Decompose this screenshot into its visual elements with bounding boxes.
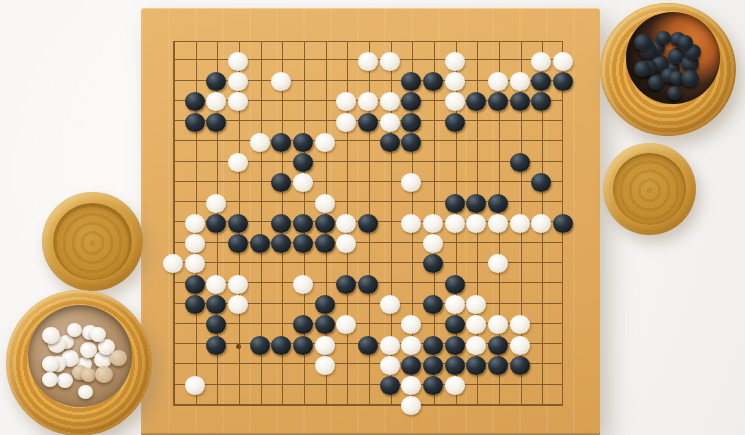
- white-stone: [553, 52, 573, 71]
- black-bowl-stone: [634, 34, 652, 51]
- black-stone-bowl: [600, 3, 736, 136]
- black-stone: [358, 336, 378, 355]
- black-stone: [206, 336, 226, 355]
- white-stone: [510, 315, 530, 334]
- white-stone: [228, 275, 248, 294]
- black-stone: [293, 153, 313, 172]
- black-stone: [401, 133, 421, 152]
- white-stone: [358, 52, 378, 71]
- black-stone: [488, 336, 508, 355]
- white-stone: [445, 295, 465, 314]
- white-bowl-stone: [95, 366, 113, 383]
- black-bowl-opening: [626, 12, 720, 104]
- white-bowl-stone: [110, 350, 127, 366]
- black-bowl-stone: [677, 35, 693, 50]
- white-stone: [336, 92, 356, 111]
- black-stone: [206, 295, 226, 314]
- white-stone: [228, 92, 248, 111]
- black-bowl-stone: [634, 61, 651, 77]
- black-stone: [488, 356, 508, 375]
- stones-layer: [162, 31, 574, 416]
- black-stone: [445, 275, 465, 294]
- black-stone: [293, 214, 313, 233]
- white-stone: [315, 194, 335, 213]
- black-stone: [423, 336, 443, 355]
- black-stone: [228, 214, 248, 233]
- black-stone: [250, 234, 270, 253]
- white-stone: [445, 92, 465, 111]
- white-stone: [466, 214, 486, 233]
- white-stone: [488, 72, 508, 91]
- white-stone: [185, 234, 205, 253]
- white-stone: [380, 356, 400, 375]
- white-stone: [445, 214, 465, 233]
- white-stone: [315, 336, 335, 355]
- black-stone: [315, 234, 335, 253]
- black-stone: [336, 275, 356, 294]
- black-stone: [423, 356, 443, 375]
- white-stone: [380, 113, 400, 132]
- black-stone: [315, 295, 335, 314]
- black-stone: [445, 194, 465, 213]
- white-stone: [466, 315, 486, 334]
- black-stone: [206, 214, 226, 233]
- black-stone: [185, 275, 205, 294]
- black-stone: [510, 92, 530, 111]
- black-bowl-stone: [648, 75, 664, 90]
- white-bowl-stone: [81, 368, 96, 382]
- black-stone: [271, 234, 291, 253]
- white-bowl-stone: [67, 323, 82, 337]
- white-stone: [445, 376, 465, 395]
- black-stone: [445, 315, 465, 334]
- black-stone: [445, 336, 465, 355]
- white-stone: [358, 92, 378, 111]
- white-stone: [466, 295, 486, 314]
- white-stone: [380, 336, 400, 355]
- white-bowl-stone: [42, 372, 58, 387]
- white-bowl-stone: [42, 356, 59, 372]
- black-stone: [271, 336, 291, 355]
- white-stone: [228, 72, 248, 91]
- white-stone: [163, 254, 183, 273]
- white-stone: [185, 214, 205, 233]
- black-stone: [358, 275, 378, 294]
- white-stone: [336, 315, 356, 334]
- white-stone: [185, 254, 205, 273]
- go-game-photo: [0, 0, 745, 435]
- white-bowl-stone: [57, 373, 73, 388]
- black-stone: [315, 214, 335, 233]
- white-stone: [380, 295, 400, 314]
- white-stone: [228, 52, 248, 71]
- black-bowl-stone: [656, 31, 671, 45]
- white-stone: [380, 92, 400, 111]
- black-stone: [358, 214, 378, 233]
- black-stone: [293, 133, 313, 152]
- black-stone: [488, 194, 508, 213]
- black-stone: [466, 92, 486, 111]
- white-bowl-stone: [42, 327, 60, 344]
- black-stone: [315, 315, 335, 334]
- black-stone: [445, 113, 465, 132]
- bowl-lid-left: [42, 192, 143, 291]
- white-stone: [293, 173, 313, 192]
- black-stone: [293, 315, 313, 334]
- black-stone: [423, 295, 443, 314]
- white-stone: [206, 275, 226, 294]
- white-stone: [510, 214, 530, 233]
- black-stone: [466, 194, 486, 213]
- white-stone: [488, 315, 508, 334]
- white-stone: [315, 356, 335, 375]
- white-stone: [423, 214, 443, 233]
- white-stone: [271, 72, 291, 91]
- black-stone: [228, 234, 248, 253]
- white-stone: [423, 234, 443, 253]
- white-stone: [315, 133, 335, 152]
- black-stone: [510, 153, 530, 172]
- white-stone: [336, 234, 356, 253]
- white-stone: [228, 153, 248, 172]
- black-stone: [185, 92, 205, 111]
- black-stone: [401, 356, 421, 375]
- white-stone: [250, 133, 270, 152]
- white-stone: [228, 295, 248, 314]
- white-stone: [206, 194, 226, 213]
- white-bowl-opening: [28, 305, 132, 407]
- white-stone: [510, 72, 530, 91]
- black-stone: [553, 72, 573, 91]
- white-stone: [401, 376, 421, 395]
- black-stone: [358, 113, 378, 132]
- black-stone: [423, 254, 443, 273]
- black-stone: [488, 92, 508, 111]
- black-stone: [423, 72, 443, 91]
- black-stone: [380, 133, 400, 152]
- black-stone: [466, 356, 486, 375]
- white-stone: [488, 214, 508, 233]
- black-stone: [293, 336, 313, 355]
- black-stone: [423, 376, 443, 395]
- black-stone: [401, 72, 421, 91]
- black-stone: [401, 92, 421, 111]
- black-stone: [185, 113, 205, 132]
- black-bowl-stone: [667, 86, 682, 100]
- black-stone: [271, 173, 291, 192]
- white-stone: [401, 315, 421, 334]
- black-stone: [206, 72, 226, 91]
- black-stone: [510, 356, 530, 375]
- white-stone: [510, 336, 530, 355]
- white-stone: [380, 52, 400, 71]
- white-stone: [488, 254, 508, 273]
- black-stone: [206, 113, 226, 132]
- black-stone: [271, 214, 291, 233]
- white-stone: [336, 214, 356, 233]
- black-stone: [531, 92, 551, 111]
- bowl-lid-right: [603, 143, 696, 235]
- black-stone: [531, 72, 551, 91]
- white-stone-bowl: [6, 290, 152, 435]
- black-stone: [401, 113, 421, 132]
- white-stone: [531, 214, 551, 233]
- white-stone: [531, 52, 551, 71]
- black-bowl-stone: [681, 70, 699, 87]
- white-stone: [401, 396, 421, 415]
- white-stone: [445, 52, 465, 71]
- white-stone: [466, 336, 486, 355]
- white-stone: [185, 376, 205, 395]
- black-stone: [271, 133, 291, 152]
- white-stone: [401, 336, 421, 355]
- black-stone: [445, 356, 465, 375]
- white-bowl-stone: [78, 385, 93, 399]
- white-stone: [206, 92, 226, 111]
- black-stone: [380, 376, 400, 395]
- black-stone: [531, 173, 551, 192]
- white-stone: [445, 72, 465, 91]
- go-board: [141, 8, 600, 433]
- white-stone: [336, 113, 356, 132]
- white-stone: [401, 173, 421, 192]
- black-stone: [206, 315, 226, 334]
- black-stone: [293, 234, 313, 253]
- white-stone: [293, 275, 313, 294]
- black-stone: [185, 295, 205, 314]
- white-stone: [401, 214, 421, 233]
- black-stone: [250, 336, 270, 355]
- black-stone: [553, 214, 573, 233]
